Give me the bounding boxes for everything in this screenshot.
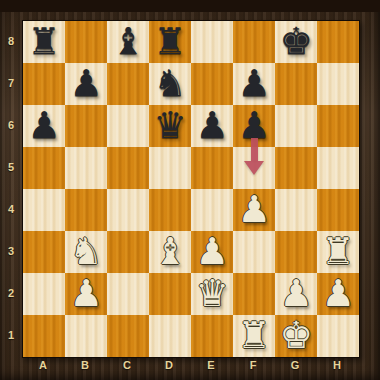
square-d1[interactable] bbox=[149, 315, 191, 357]
black-king[interactable]: ♚ bbox=[279, 21, 312, 63]
move-arrow-head bbox=[244, 161, 264, 175]
white-pawn[interactable]: ♟ bbox=[195, 231, 228, 273]
square-f2[interactable] bbox=[233, 273, 275, 315]
square-b8[interactable] bbox=[65, 21, 107, 63]
square-e1[interactable] bbox=[191, 315, 233, 357]
rank-label-1: 1 bbox=[0, 314, 22, 356]
square-c3[interactable] bbox=[107, 231, 149, 273]
square-c8[interactable]: ♝ bbox=[107, 21, 149, 63]
file-label-c: C bbox=[106, 356, 148, 380]
square-b5[interactable] bbox=[65, 147, 107, 189]
rank-label-5: 5 bbox=[0, 146, 22, 188]
rank-label-6: 6 bbox=[0, 104, 22, 146]
square-a7[interactable] bbox=[23, 63, 65, 105]
square-c2[interactable] bbox=[107, 273, 149, 315]
square-d4[interactable] bbox=[149, 189, 191, 231]
square-g6[interactable] bbox=[275, 105, 317, 147]
white-queen[interactable]: ♛ bbox=[195, 273, 228, 315]
white-pawn[interactable]: ♟ bbox=[321, 273, 354, 315]
black-queen[interactable]: ♛ bbox=[153, 105, 186, 147]
square-b3[interactable]: ♞ bbox=[65, 231, 107, 273]
square-h7[interactable] bbox=[317, 63, 359, 105]
square-e5[interactable] bbox=[191, 147, 233, 189]
square-g4[interactable] bbox=[275, 189, 317, 231]
square-a2[interactable] bbox=[23, 273, 65, 315]
square-f7[interactable]: ♟ bbox=[233, 63, 275, 105]
square-d5[interactable] bbox=[149, 147, 191, 189]
square-g7[interactable] bbox=[275, 63, 317, 105]
white-pawn[interactable]: ♟ bbox=[69, 273, 102, 315]
square-b4[interactable] bbox=[65, 189, 107, 231]
file-label-f: F bbox=[232, 356, 274, 380]
square-e2[interactable]: ♛ bbox=[191, 273, 233, 315]
square-d3[interactable]: ♝ bbox=[149, 231, 191, 273]
square-d7[interactable]: ♞ bbox=[149, 63, 191, 105]
square-h3[interactable]: ♜ bbox=[317, 231, 359, 273]
square-e8[interactable] bbox=[191, 21, 233, 63]
rank-labels: 87654321 bbox=[0, 20, 22, 356]
square-d8[interactable]: ♜ bbox=[149, 21, 191, 63]
square-f3[interactable] bbox=[233, 231, 275, 273]
square-a3[interactable] bbox=[23, 231, 65, 273]
rank-label-3: 3 bbox=[0, 230, 22, 272]
black-pawn[interactable]: ♟ bbox=[237, 63, 270, 105]
white-pawn[interactable]: ♟ bbox=[237, 189, 270, 231]
white-rook[interactable]: ♜ bbox=[237, 315, 270, 357]
square-h5[interactable] bbox=[317, 147, 359, 189]
square-h6[interactable] bbox=[317, 105, 359, 147]
square-g1[interactable]: ♚ bbox=[275, 315, 317, 357]
square-g5[interactable] bbox=[275, 147, 317, 189]
chess-board: ♜♝♜♚♟♞♟♟♛♟♟♟♞♝♟♜♟♛♟♟♜♚ bbox=[22, 20, 360, 358]
square-g3[interactable] bbox=[275, 231, 317, 273]
file-labels: ABCDEFGH bbox=[22, 356, 358, 380]
file-label-g: G bbox=[274, 356, 316, 380]
square-c5[interactable] bbox=[107, 147, 149, 189]
square-d6[interactable]: ♛ bbox=[149, 105, 191, 147]
black-knight[interactable]: ♞ bbox=[153, 63, 186, 105]
frame-top-strip bbox=[0, 0, 380, 12]
white-bishop[interactable]: ♝ bbox=[153, 231, 186, 273]
rank-label-4: 4 bbox=[0, 188, 22, 230]
black-rook[interactable]: ♜ bbox=[153, 21, 186, 63]
square-h2[interactable]: ♟ bbox=[317, 273, 359, 315]
square-c6[interactable] bbox=[107, 105, 149, 147]
white-king[interactable]: ♚ bbox=[279, 315, 312, 357]
square-g8[interactable]: ♚ bbox=[275, 21, 317, 63]
square-c4[interactable] bbox=[107, 189, 149, 231]
square-c7[interactable] bbox=[107, 63, 149, 105]
white-knight[interactable]: ♞ bbox=[69, 231, 102, 273]
black-pawn[interactable]: ♟ bbox=[27, 105, 60, 147]
black-pawn[interactable]: ♟ bbox=[195, 105, 228, 147]
black-rook[interactable]: ♜ bbox=[27, 21, 60, 63]
rank-label-8: 8 bbox=[0, 20, 22, 62]
rank-label-2: 2 bbox=[0, 272, 22, 314]
move-arrow-shaft bbox=[251, 138, 258, 161]
file-label-e: E bbox=[190, 356, 232, 380]
rank-label-7: 7 bbox=[0, 62, 22, 104]
square-b2[interactable]: ♟ bbox=[65, 273, 107, 315]
black-bishop[interactable]: ♝ bbox=[111, 21, 144, 63]
file-label-d: D bbox=[148, 356, 190, 380]
white-rook[interactable]: ♜ bbox=[321, 231, 354, 273]
black-pawn[interactable]: ♟ bbox=[69, 63, 102, 105]
square-h4[interactable] bbox=[317, 189, 359, 231]
square-a4[interactable] bbox=[23, 189, 65, 231]
chess-board-frame: 87654321 ♜♝♜♚♟♞♟♟♛♟♟♟♞♝♟♜♟♛♟♟♜♚ ABCDEFGH bbox=[0, 0, 380, 380]
file-label-b: B bbox=[64, 356, 106, 380]
square-e3[interactable]: ♟ bbox=[191, 231, 233, 273]
white-pawn[interactable]: ♟ bbox=[279, 273, 312, 315]
square-h1[interactable] bbox=[317, 315, 359, 357]
square-e7[interactable] bbox=[191, 63, 233, 105]
square-c1[interactable] bbox=[107, 315, 149, 357]
square-a8[interactable]: ♜ bbox=[23, 21, 65, 63]
square-f1[interactable]: ♜ bbox=[233, 315, 275, 357]
file-label-a: A bbox=[22, 356, 64, 380]
square-b6[interactable] bbox=[65, 105, 107, 147]
square-d2[interactable] bbox=[149, 273, 191, 315]
file-label-h: H bbox=[316, 356, 358, 380]
square-a5[interactable] bbox=[23, 147, 65, 189]
square-b1[interactable] bbox=[65, 315, 107, 357]
square-g2[interactable]: ♟ bbox=[275, 273, 317, 315]
square-f8[interactable] bbox=[233, 21, 275, 63]
square-e6[interactable]: ♟ bbox=[191, 105, 233, 147]
square-h8[interactable] bbox=[317, 21, 359, 63]
square-e4[interactable] bbox=[191, 189, 233, 231]
square-a6[interactable]: ♟ bbox=[23, 105, 65, 147]
square-a1[interactable] bbox=[23, 315, 65, 357]
square-b7[interactable]: ♟ bbox=[65, 63, 107, 105]
square-f4[interactable]: ♟ bbox=[233, 189, 275, 231]
